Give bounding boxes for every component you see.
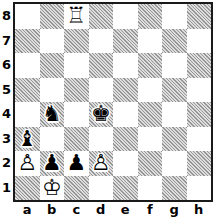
square-f6[interactable]: [138, 53, 163, 78]
square-d3[interactable]: [89, 127, 114, 152]
piece-white-pawn[interactable]: ♟♙: [15, 151, 40, 176]
square-d7[interactable]: [89, 29, 114, 54]
square-f4[interactable]: [138, 102, 163, 127]
square-h7[interactable]: [187, 29, 212, 54]
square-e2[interactable]: [113, 151, 138, 176]
piece-white-king[interactable]: ♚♔: [40, 176, 65, 201]
rank-label-4: 4: [0, 102, 13, 127]
piece-white-pawn[interactable]: ♟♙: [89, 151, 114, 176]
square-a5[interactable]: [15, 78, 40, 103]
rank-label-5: 5: [0, 78, 13, 103]
square-e7[interactable]: [113, 29, 138, 54]
rank-label-1: 1: [0, 176, 13, 201]
piece-glyph: ♖: [66, 5, 86, 27]
square-b6[interactable]: [40, 53, 65, 78]
square-c3[interactable]: [64, 127, 89, 152]
square-b3[interactable]: [40, 127, 65, 152]
square-g8[interactable]: [162, 4, 187, 29]
square-a7[interactable]: [15, 29, 40, 54]
square-e6[interactable]: [113, 53, 138, 78]
square-g7[interactable]: [162, 29, 187, 54]
piece-black-knight[interactable]: ♞♞: [40, 102, 65, 127]
square-a4[interactable]: [15, 102, 40, 127]
file-label-a: a: [15, 202, 40, 218]
file-label-b: b: [40, 202, 65, 218]
rank-label-3: 3: [0, 127, 13, 152]
square-d4[interactable]: ♚♚: [89, 102, 114, 127]
square-a1[interactable]: [15, 176, 40, 201]
file-label-g: g: [162, 202, 187, 218]
piece-glyph: ♝: [17, 128, 37, 150]
square-g6[interactable]: [162, 53, 187, 78]
chess-board: ♜♖♞♞♚♚♝♝♟♙♟♟♟♟♟♙♚♔: [13, 2, 213, 202]
square-f3[interactable]: [138, 127, 163, 152]
square-a3[interactable]: ♝♝: [15, 127, 40, 152]
square-d2[interactable]: ♟♙: [89, 151, 114, 176]
square-e3[interactable]: [113, 127, 138, 152]
square-h4[interactable]: [187, 102, 212, 127]
square-d5[interactable]: [89, 78, 114, 103]
square-h1[interactable]: [187, 176, 212, 201]
square-e5[interactable]: [113, 78, 138, 103]
file-label-f: f: [138, 202, 163, 218]
piece-white-rook[interactable]: ♜♖: [64, 4, 89, 29]
file-label-e: e: [113, 202, 138, 218]
file-label-d: d: [89, 202, 114, 218]
square-g2[interactable]: [162, 151, 187, 176]
square-c4[interactable]: [64, 102, 89, 127]
piece-black-king[interactable]: ♚♚: [89, 102, 114, 127]
square-b1[interactable]: ♚♔: [40, 176, 65, 201]
square-a2[interactable]: ♟♙: [15, 151, 40, 176]
square-f5[interactable]: [138, 78, 163, 103]
square-b2[interactable]: ♟♟: [40, 151, 65, 176]
square-a8[interactable]: [15, 4, 40, 29]
rank-label-2: 2: [0, 151, 13, 176]
square-a6[interactable]: [15, 53, 40, 78]
square-c1[interactable]: [64, 176, 89, 201]
square-c7[interactable]: [64, 29, 89, 54]
square-g3[interactable]: [162, 127, 187, 152]
square-b7[interactable]: [40, 29, 65, 54]
chess-diagram: 87654321 ♜♖♞♞♚♚♝♝♟♙♟♟♟♟♟♙♚♔ abcdefgh: [0, 0, 217, 218]
piece-black-pawn[interactable]: ♟♟: [40, 151, 65, 176]
file-label-h: h: [187, 202, 212, 218]
square-c5[interactable]: [64, 78, 89, 103]
rank-label-8: 8: [0, 4, 13, 29]
piece-glyph: ♟: [42, 152, 62, 174]
square-f1[interactable]: [138, 176, 163, 201]
square-b8[interactable]: [40, 4, 65, 29]
piece-glyph: ♟: [66, 152, 86, 174]
square-h5[interactable]: [187, 78, 212, 103]
piece-black-pawn[interactable]: ♟♟: [64, 151, 89, 176]
square-c8[interactable]: ♜♖: [64, 4, 89, 29]
square-h8[interactable]: [187, 4, 212, 29]
square-f7[interactable]: [138, 29, 163, 54]
square-e4[interactable]: [113, 102, 138, 127]
square-e1[interactable]: [113, 176, 138, 201]
square-e8[interactable]: [113, 4, 138, 29]
square-h6[interactable]: [187, 53, 212, 78]
piece-glyph: ♚: [91, 103, 111, 125]
rank-labels: 87654321: [0, 4, 13, 200]
square-g1[interactable]: [162, 176, 187, 201]
square-d1[interactable]: [89, 176, 114, 201]
file-label-c: c: [64, 202, 89, 218]
square-h2[interactable]: [187, 151, 212, 176]
file-labels: abcdefgh: [15, 202, 211, 218]
piece-glyph: ♙: [91, 152, 111, 174]
square-c2[interactable]: ♟♟: [64, 151, 89, 176]
square-h3[interactable]: [187, 127, 212, 152]
square-g5[interactable]: [162, 78, 187, 103]
square-b5[interactable]: [40, 78, 65, 103]
piece-glyph: ♙: [17, 152, 37, 174]
square-d6[interactable]: [89, 53, 114, 78]
square-c6[interactable]: [64, 53, 89, 78]
square-b4[interactable]: ♞♞: [40, 102, 65, 127]
rank-label-6: 6: [0, 53, 13, 78]
piece-glyph: ♞: [42, 103, 62, 125]
square-d8[interactable]: [89, 4, 114, 29]
piece-glyph: ♔: [42, 177, 62, 199]
square-f2[interactable]: [138, 151, 163, 176]
rank-label-7: 7: [0, 29, 13, 54]
piece-black-bishop[interactable]: ♝♝: [15, 127, 40, 152]
square-f8[interactable]: [138, 4, 163, 29]
square-g4[interactable]: [162, 102, 187, 127]
